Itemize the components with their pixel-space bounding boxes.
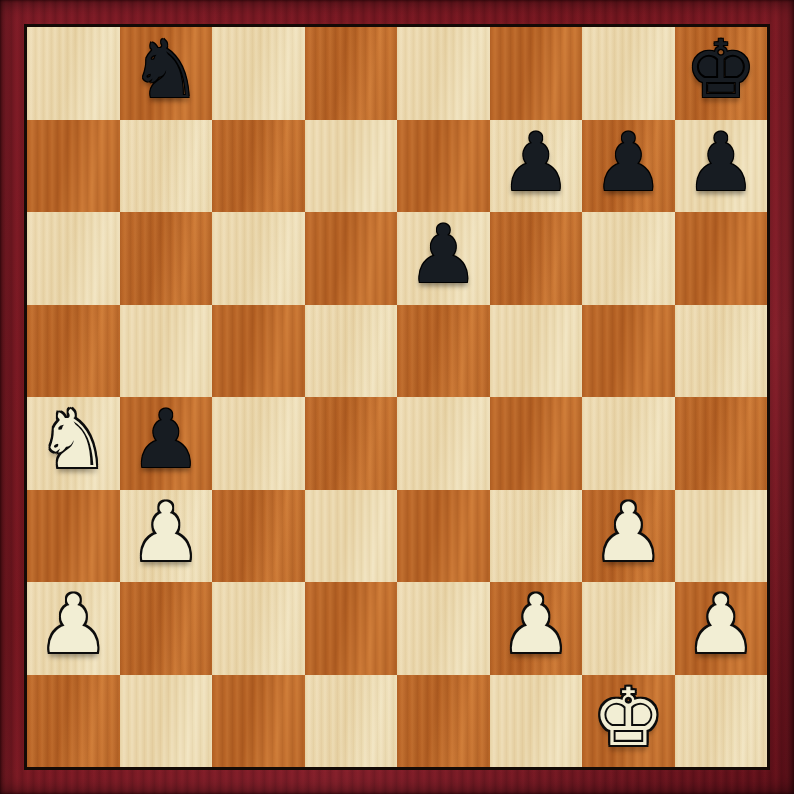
square-b4[interactable]: ♟ [120,397,213,490]
square-g7[interactable]: ♟ [582,120,675,213]
white-knight-a4: ♞ [37,400,109,480]
square-c2[interactable] [212,582,305,675]
square-g2[interactable] [582,582,675,675]
square-d1[interactable] [305,675,398,768]
square-g4[interactable] [582,397,675,490]
square-h3[interactable] [675,490,768,583]
square-b3[interactable]: ♟ [120,490,213,583]
square-b1[interactable] [120,675,213,768]
black-pawn-g7: ♟ [592,123,664,203]
square-a1[interactable] [27,675,120,768]
square-d3[interactable] [305,490,398,583]
white-king-g1: ♚ [592,678,664,758]
square-b6[interactable] [120,212,213,305]
white-pawn-a2: ♟ [37,585,109,665]
black-pawn-h7: ♟ [685,123,757,203]
white-pawn-b3: ♟ [130,493,202,573]
chess-board: ♞♚♟♟♟♟♞♟♟♟♟♟♟♚ [24,24,770,770]
square-a8[interactable] [27,27,120,120]
square-c8[interactable] [212,27,305,120]
square-e7[interactable] [397,120,490,213]
square-h5[interactable] [675,305,768,398]
square-e1[interactable] [397,675,490,768]
square-h2[interactable]: ♟ [675,582,768,675]
square-c7[interactable] [212,120,305,213]
square-f7[interactable]: ♟ [490,120,583,213]
black-pawn-f7: ♟ [500,123,572,203]
square-f4[interactable] [490,397,583,490]
square-h1[interactable] [675,675,768,768]
square-f2[interactable]: ♟ [490,582,583,675]
white-pawn-h2: ♟ [685,585,757,665]
black-pawn-b4: ♟ [130,400,202,480]
square-e8[interactable] [397,27,490,120]
square-e3[interactable] [397,490,490,583]
square-a4[interactable]: ♞ [27,397,120,490]
black-pawn-e6: ♟ [407,215,479,295]
square-c5[interactable] [212,305,305,398]
black-king-h8: ♚ [685,30,757,110]
black-knight-b8: ♞ [130,30,202,110]
square-e6[interactable]: ♟ [397,212,490,305]
square-a7[interactable] [27,120,120,213]
square-d5[interactable] [305,305,398,398]
square-a5[interactable] [27,305,120,398]
square-b8[interactable]: ♞ [120,27,213,120]
square-d4[interactable] [305,397,398,490]
square-f8[interactable] [490,27,583,120]
square-c1[interactable] [212,675,305,768]
square-g8[interactable] [582,27,675,120]
square-a6[interactable] [27,212,120,305]
square-b5[interactable] [120,305,213,398]
square-d2[interactable] [305,582,398,675]
square-b2[interactable] [120,582,213,675]
square-d6[interactable] [305,212,398,305]
square-c3[interactable] [212,490,305,583]
square-g5[interactable] [582,305,675,398]
square-a2[interactable]: ♟ [27,582,120,675]
board-frame: ♞♚♟♟♟♟♞♟♟♟♟♟♟♚ [0,0,794,794]
square-e2[interactable] [397,582,490,675]
square-c6[interactable] [212,212,305,305]
square-b7[interactable] [120,120,213,213]
square-f1[interactable] [490,675,583,768]
square-e4[interactable] [397,397,490,490]
square-f3[interactable] [490,490,583,583]
square-g1[interactable]: ♚ [582,675,675,768]
square-c4[interactable] [212,397,305,490]
square-h7[interactable]: ♟ [675,120,768,213]
square-h4[interactable] [675,397,768,490]
square-g3[interactable]: ♟ [582,490,675,583]
square-a3[interactable] [27,490,120,583]
white-pawn-g3: ♟ [592,493,664,573]
square-f6[interactable] [490,212,583,305]
square-d8[interactable] [305,27,398,120]
square-g6[interactable] [582,212,675,305]
white-pawn-f2: ♟ [500,585,572,665]
square-h6[interactable] [675,212,768,305]
square-d7[interactable] [305,120,398,213]
square-e5[interactable] [397,305,490,398]
square-f5[interactable] [490,305,583,398]
square-h8[interactable]: ♚ [675,27,768,120]
